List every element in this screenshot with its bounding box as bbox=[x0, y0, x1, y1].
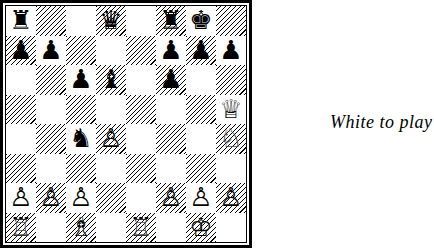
side-to-move-caption: White to play bbox=[330, 112, 432, 133]
piece-black-bishop: ♝ bbox=[99, 65, 122, 95]
piece-white-pawn: ♙ bbox=[39, 183, 62, 213]
piece-black-pawn: ♟ bbox=[159, 65, 182, 95]
square-e6[interactable] bbox=[126, 65, 156, 95]
piece-black-king: ♚ bbox=[189, 6, 212, 36]
piece-white-pawn: ♙ bbox=[99, 124, 122, 154]
square-c2[interactable]: ♙ bbox=[66, 183, 96, 213]
square-d2[interactable] bbox=[96, 183, 126, 213]
chess-board-frame: ♜♛♜♚♟♟♟♟♟♟♝♟♕♞♙♘♙♙♙♙♙♙♖♗♖♔ bbox=[0, 0, 252, 248]
piece-black-rook: ♜ bbox=[9, 6, 32, 36]
square-f8[interactable]: ♜ bbox=[156, 6, 186, 36]
piece-black-pawn: ♟ bbox=[219, 36, 242, 66]
square-d8[interactable]: ♛ bbox=[96, 6, 126, 36]
square-d3[interactable] bbox=[96, 154, 126, 184]
square-b4[interactable] bbox=[36, 124, 66, 154]
square-c3[interactable] bbox=[66, 154, 96, 184]
square-f5[interactable] bbox=[156, 95, 186, 125]
piece-white-pawn: ♙ bbox=[219, 183, 242, 213]
square-f3[interactable] bbox=[156, 154, 186, 184]
square-g3[interactable] bbox=[186, 154, 216, 184]
piece-black-pawn: ♟ bbox=[39, 36, 62, 66]
square-e1[interactable]: ♖ bbox=[126, 213, 156, 243]
square-b2[interactable]: ♙ bbox=[36, 183, 66, 213]
square-b7[interactable]: ♟ bbox=[36, 36, 66, 66]
square-c6[interactable]: ♟ bbox=[66, 65, 96, 95]
chess-board: ♜♛♜♚♟♟♟♟♟♟♝♟♕♞♙♘♙♙♙♙♙♙♖♗♖♔ bbox=[5, 5, 247, 243]
square-c4[interactable]: ♞ bbox=[66, 124, 96, 154]
square-h7[interactable]: ♟ bbox=[216, 36, 246, 66]
square-b5[interactable] bbox=[36, 95, 66, 125]
square-e8[interactable] bbox=[126, 6, 156, 36]
square-f1[interactable] bbox=[156, 213, 186, 243]
piece-black-rook: ♜ bbox=[159, 6, 182, 36]
square-b6[interactable] bbox=[36, 65, 66, 95]
square-d5[interactable] bbox=[96, 95, 126, 125]
square-e3[interactable] bbox=[126, 154, 156, 184]
square-a7[interactable]: ♟ bbox=[6, 36, 36, 66]
square-h3[interactable] bbox=[216, 154, 246, 184]
square-d1[interactable] bbox=[96, 213, 126, 243]
piece-black-pawn: ♟ bbox=[159, 36, 182, 66]
square-a6[interactable] bbox=[6, 65, 36, 95]
square-h2[interactable]: ♙ bbox=[216, 183, 246, 213]
piece-white-pawn: ♙ bbox=[69, 183, 92, 213]
square-c7[interactable] bbox=[66, 36, 96, 66]
square-e2[interactable] bbox=[126, 183, 156, 213]
piece-black-queen: ♛ bbox=[99, 6, 122, 36]
piece-black-pawn: ♟ bbox=[69, 65, 92, 95]
piece-white-pawn: ♙ bbox=[159, 183, 182, 213]
square-h6[interactable] bbox=[216, 65, 246, 95]
square-d6[interactable]: ♝ bbox=[96, 65, 126, 95]
piece-white-knight: ♘ bbox=[219, 124, 242, 154]
piece-black-knight: ♞ bbox=[69, 124, 92, 154]
piece-white-rook: ♖ bbox=[9, 213, 32, 243]
square-g1[interactable]: ♔ bbox=[186, 213, 216, 243]
square-d4[interactable]: ♙ bbox=[96, 124, 126, 154]
square-b1[interactable] bbox=[36, 213, 66, 243]
square-a4[interactable] bbox=[6, 124, 36, 154]
square-a3[interactable] bbox=[6, 154, 36, 184]
square-f6[interactable]: ♟ bbox=[156, 65, 186, 95]
square-g6[interactable] bbox=[186, 65, 216, 95]
square-a8[interactable]: ♜ bbox=[6, 6, 36, 36]
piece-white-bishop: ♗ bbox=[69, 213, 92, 243]
square-e4[interactable] bbox=[126, 124, 156, 154]
square-c5[interactable] bbox=[66, 95, 96, 125]
square-g2[interactable]: ♙ bbox=[186, 183, 216, 213]
square-f7[interactable]: ♟ bbox=[156, 36, 186, 66]
square-e5[interactable] bbox=[126, 95, 156, 125]
square-h5[interactable]: ♕ bbox=[216, 95, 246, 125]
square-h1[interactable] bbox=[216, 213, 246, 243]
square-c8[interactable] bbox=[66, 6, 96, 36]
piece-white-queen: ♕ bbox=[219, 95, 242, 125]
piece-white-rook: ♖ bbox=[129, 213, 152, 243]
square-g5[interactable] bbox=[186, 95, 216, 125]
square-d7[interactable] bbox=[96, 36, 126, 66]
square-f4[interactable] bbox=[156, 124, 186, 154]
square-g7[interactable]: ♟ bbox=[186, 36, 216, 66]
square-b8[interactable] bbox=[36, 6, 66, 36]
square-c1[interactable]: ♗ bbox=[66, 213, 96, 243]
square-g8[interactable]: ♚ bbox=[186, 6, 216, 36]
square-a5[interactable] bbox=[6, 95, 36, 125]
square-h4[interactable]: ♘ bbox=[216, 124, 246, 154]
piece-black-pawn: ♟ bbox=[189, 36, 212, 66]
square-f2[interactable]: ♙ bbox=[156, 183, 186, 213]
square-g4[interactable] bbox=[186, 124, 216, 154]
square-h8[interactable] bbox=[216, 6, 246, 36]
square-a1[interactable]: ♖ bbox=[6, 213, 36, 243]
square-e7[interactable] bbox=[126, 36, 156, 66]
square-b3[interactable] bbox=[36, 154, 66, 184]
piece-white-king: ♔ bbox=[189, 213, 212, 243]
piece-white-pawn: ♙ bbox=[189, 183, 212, 213]
piece-white-pawn: ♙ bbox=[9, 183, 32, 213]
piece-black-pawn: ♟ bbox=[9, 36, 32, 66]
square-a2[interactable]: ♙ bbox=[6, 183, 36, 213]
